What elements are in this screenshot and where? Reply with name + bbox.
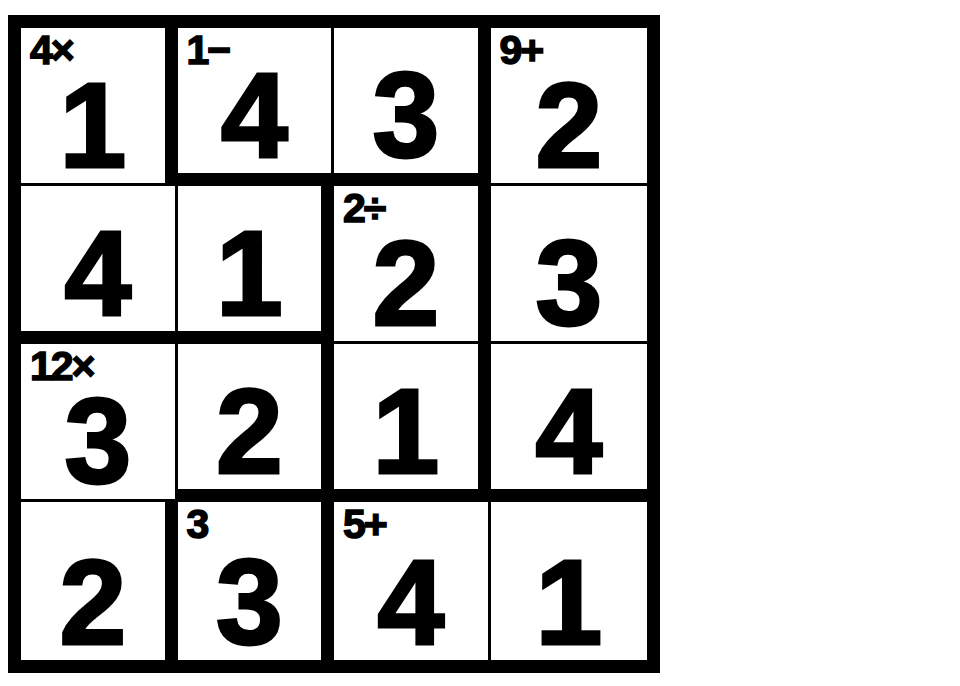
cell-value: 4 (64, 227, 131, 331)
cell-value: 4 (221, 69, 288, 173)
cell-value: 4 (535, 385, 602, 489)
cell-r0c1[interactable]: 1−4 (178, 28, 335, 186)
cell-value: 1 (372, 385, 439, 489)
cell-r1c3[interactable]: 3 (491, 186, 648, 344)
cell-r3c3[interactable]: 1 (491, 502, 648, 660)
cell-value: 3 (64, 395, 131, 499)
cell-r2c2[interactable]: 1 (334, 344, 491, 502)
kenken-grid: 4×11−439+2412÷2312×32142335+41 (21, 28, 647, 660)
cell-value: 2 (59, 556, 126, 660)
cell-r3c0[interactable]: 2 (21, 502, 178, 660)
cell-value: 1 (535, 556, 602, 660)
cell-r2c3[interactable]: 4 (491, 344, 648, 502)
cell-r0c2[interactable]: 3 (334, 28, 491, 186)
cell-value: 2 (535, 79, 602, 183)
cell-r0c3[interactable]: 9+2 (491, 28, 648, 186)
cage-clue: 4× (30, 30, 73, 71)
cell-value: 4 (377, 556, 444, 660)
cell-value: 2 (216, 385, 283, 489)
cell-r3c1[interactable]: 33 (178, 502, 335, 660)
cell-r1c0[interactable]: 4 (21, 186, 178, 344)
cell-r2c1[interactable]: 2 (178, 344, 335, 502)
cage-clue: 1− (187, 30, 230, 71)
kenken-board: 4×11−439+2412÷2312×32142335+41 (8, 15, 660, 673)
cell-r1c2[interactable]: 2÷2 (334, 186, 491, 344)
cell-value: 3 (216, 556, 283, 660)
cell-r3c2[interactable]: 5+4 (334, 502, 491, 660)
cage-clue: 2÷ (343, 188, 384, 229)
cage-clue: 5+ (343, 504, 386, 545)
cell-value: 1 (59, 79, 126, 183)
cell-value: 3 (535, 237, 602, 341)
cage-clue: 9+ (500, 30, 543, 71)
cage-clue: 12× (30, 346, 94, 387)
cage-clue: 3 (187, 504, 208, 545)
cell-r1c1[interactable]: 1 (178, 186, 335, 344)
cell-r2c0[interactable]: 12×3 (21, 344, 178, 502)
cell-value: 1 (216, 227, 283, 331)
cell-r0c0[interactable]: 4×1 (21, 28, 178, 186)
puzzle-page: 4×11−439+2412÷2312×32142335+41 (0, 0, 960, 686)
cell-value: 2 (372, 237, 439, 341)
cell-value: 3 (372, 69, 439, 173)
